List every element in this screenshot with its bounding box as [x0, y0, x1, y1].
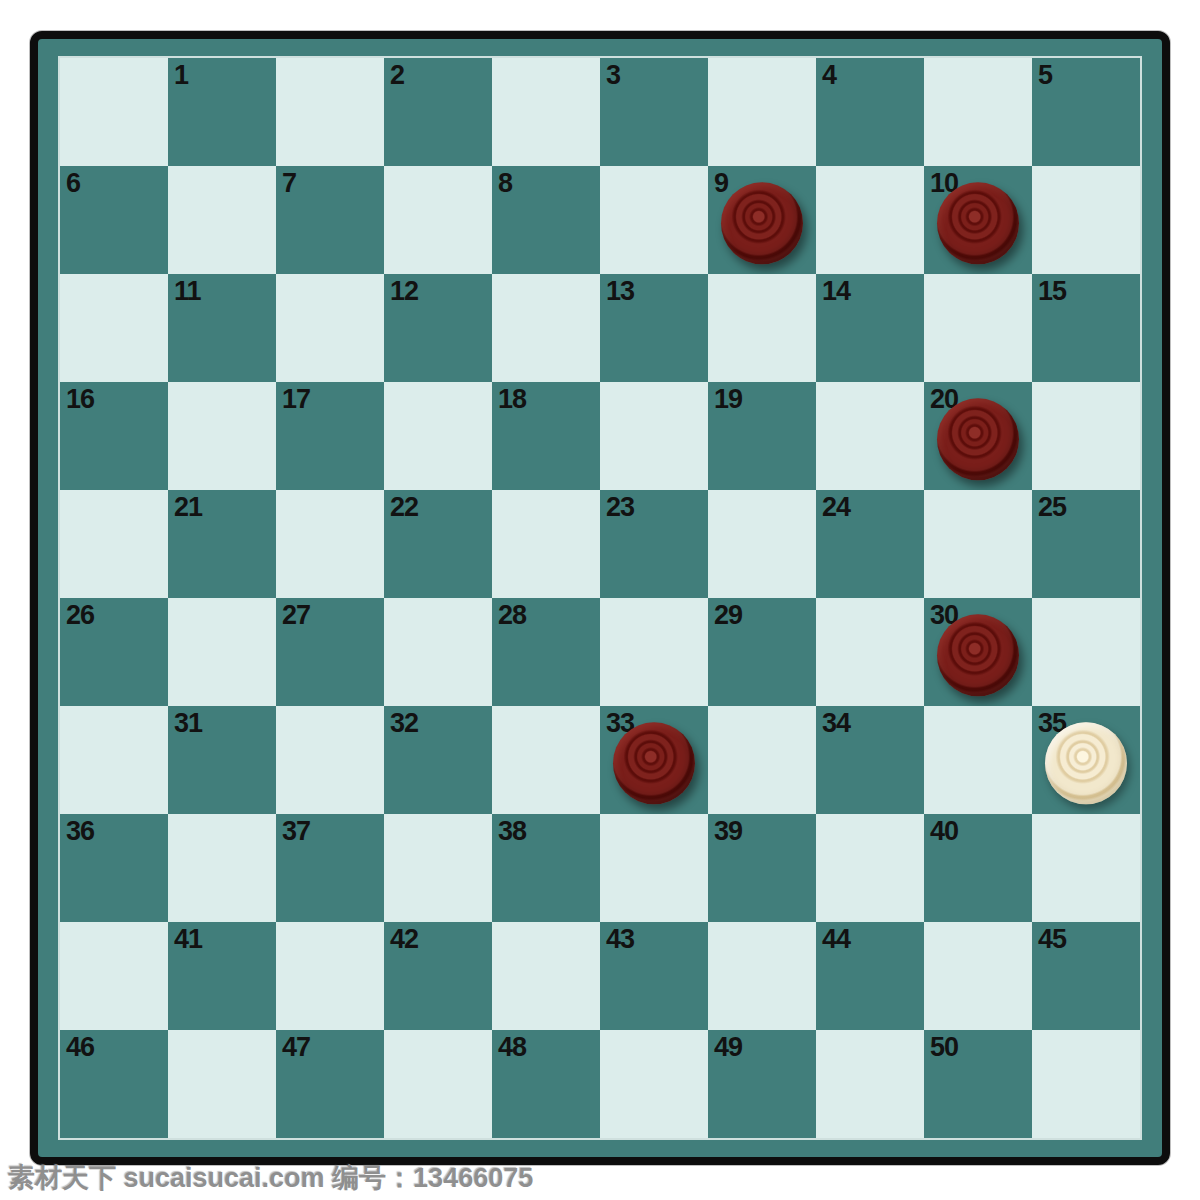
dark-square[interactable]: 13 — [600, 274, 708, 382]
square-number: 16 — [66, 384, 94, 415]
dark-square[interactable]: 41 — [168, 922, 276, 1030]
square-number: 37 — [282, 816, 310, 847]
light-square — [600, 814, 708, 922]
square-number: 21 — [174, 492, 202, 523]
square-number: 4 — [822, 60, 836, 91]
light-square — [276, 58, 384, 166]
draughts-board[interactable]: 1234567891011121314151617181920212223242… — [58, 56, 1142, 1140]
black-man[interactable] — [613, 722, 695, 804]
dark-square[interactable]: 47 — [276, 1030, 384, 1138]
page: 1234567891011121314151617181920212223242… — [0, 0, 1200, 1200]
board-frame: 1234567891011121314151617181920212223242… — [30, 31, 1170, 1165]
square-number: 12 — [390, 276, 418, 307]
square-number: 8 — [498, 168, 512, 199]
light-square — [924, 58, 1032, 166]
light-square — [492, 274, 600, 382]
light-square — [492, 922, 600, 1030]
dark-square[interactable]: 14 — [816, 274, 924, 382]
dark-square[interactable]: 21 — [168, 490, 276, 598]
light-square — [384, 1030, 492, 1138]
square-number: 48 — [498, 1032, 526, 1063]
square-number: 34 — [822, 708, 850, 739]
light-square — [1032, 598, 1140, 706]
dark-square[interactable]: 9 — [708, 166, 816, 274]
light-square — [708, 274, 816, 382]
dark-square[interactable]: 10 — [924, 166, 1032, 274]
light-square — [492, 58, 600, 166]
square-number: 45 — [1038, 924, 1066, 955]
square-number: 18 — [498, 384, 526, 415]
square-number: 14 — [822, 276, 850, 307]
dark-square[interactable]: 30 — [924, 598, 1032, 706]
light-square — [816, 814, 924, 922]
dark-square[interactable]: 25 — [1032, 490, 1140, 598]
light-square — [60, 274, 168, 382]
light-square — [816, 166, 924, 274]
square-number: 49 — [714, 1032, 742, 1063]
square-number: 28 — [498, 600, 526, 631]
light-square — [168, 166, 276, 274]
light-square — [384, 814, 492, 922]
dark-square[interactable]: 18 — [492, 382, 600, 490]
light-square — [60, 58, 168, 166]
dark-square[interactable]: 16 — [60, 382, 168, 490]
light-square — [276, 922, 384, 1030]
dark-square[interactable]: 50 — [924, 1030, 1032, 1138]
black-man[interactable] — [937, 182, 1019, 264]
light-square — [492, 706, 600, 814]
dark-square[interactable]: 8 — [492, 166, 600, 274]
light-square — [60, 922, 168, 1030]
light-square — [384, 382, 492, 490]
dark-square[interactable]: 29 — [708, 598, 816, 706]
square-number: 2 — [390, 60, 404, 91]
square-number: 26 — [66, 600, 94, 631]
square-number: 38 — [498, 816, 526, 847]
white-man[interactable] — [1045, 722, 1127, 804]
dark-square[interactable]: 40 — [924, 814, 1032, 922]
light-square — [600, 1030, 708, 1138]
dark-square[interactable]: 5 — [1032, 58, 1140, 166]
light-square — [708, 58, 816, 166]
light-square — [924, 706, 1032, 814]
dark-square[interactable]: 3 — [600, 58, 708, 166]
square-number: 23 — [606, 492, 634, 523]
dark-square[interactable]: 20 — [924, 382, 1032, 490]
light-square — [924, 490, 1032, 598]
light-square — [384, 598, 492, 706]
dark-square[interactable]: 45 — [1032, 922, 1140, 1030]
watermark-text: 素材天下 sucaisucai.com 编号：13466075 — [8, 1163, 533, 1193]
light-square — [600, 382, 708, 490]
dark-square[interactable]: 1 — [168, 58, 276, 166]
light-square — [168, 814, 276, 922]
light-square — [708, 706, 816, 814]
light-square — [60, 706, 168, 814]
square-number: 43 — [606, 924, 634, 955]
light-square — [600, 598, 708, 706]
light-square — [1032, 166, 1140, 274]
dark-square[interactable]: 15 — [1032, 274, 1140, 382]
square-number: 41 — [174, 924, 202, 955]
light-square — [924, 922, 1032, 1030]
dark-square[interactable]: 36 — [60, 814, 168, 922]
square-number: 32 — [390, 708, 418, 739]
dark-square[interactable]: 46 — [60, 1030, 168, 1138]
light-square — [276, 490, 384, 598]
square-number: 47 — [282, 1032, 310, 1063]
light-square — [600, 166, 708, 274]
dark-square[interactable]: 28 — [492, 598, 600, 706]
square-number: 50 — [930, 1032, 958, 1063]
square-number: 7 — [282, 168, 296, 199]
light-square — [816, 382, 924, 490]
light-square — [60, 490, 168, 598]
square-number: 17 — [282, 384, 310, 415]
square-number: 27 — [282, 600, 310, 631]
square-number: 5 — [1038, 60, 1052, 91]
dark-square[interactable]: 34 — [816, 706, 924, 814]
light-square — [816, 1030, 924, 1138]
light-square — [816, 598, 924, 706]
light-square — [276, 274, 384, 382]
dark-square[interactable]: 26 — [60, 598, 168, 706]
light-square — [168, 1030, 276, 1138]
dark-square[interactable]: 33 — [600, 706, 708, 814]
square-number: 13 — [606, 276, 634, 307]
square-number: 3 — [606, 60, 620, 91]
square-number: 22 — [390, 492, 418, 523]
dark-square[interactable]: 35 — [1032, 706, 1140, 814]
dark-square[interactable]: 32 — [384, 706, 492, 814]
light-square — [168, 598, 276, 706]
dark-square[interactable]: 23 — [600, 490, 708, 598]
square-number: 19 — [714, 384, 742, 415]
dark-square[interactable]: 7 — [276, 166, 384, 274]
square-number: 46 — [66, 1032, 94, 1063]
light-square — [492, 490, 600, 598]
square-number: 29 — [714, 600, 742, 631]
light-square — [168, 382, 276, 490]
square-number: 24 — [822, 492, 850, 523]
black-man[interactable] — [937, 398, 1019, 480]
dark-square[interactable]: 38 — [492, 814, 600, 922]
dark-square[interactable]: 39 — [708, 814, 816, 922]
square-number: 40 — [930, 816, 958, 847]
light-square — [384, 166, 492, 274]
light-square — [276, 706, 384, 814]
square-number: 36 — [66, 816, 94, 847]
watermark: 素材天下 sucaisucai.com 编号：13466075 — [8, 1162, 533, 1194]
square-number: 6 — [66, 168, 80, 199]
light-square — [708, 490, 816, 598]
dark-square[interactable]: 43 — [600, 922, 708, 1030]
dark-square[interactable]: 44 — [816, 922, 924, 1030]
dark-square[interactable]: 31 — [168, 706, 276, 814]
dark-square[interactable]: 11 — [168, 274, 276, 382]
light-square — [708, 922, 816, 1030]
square-number: 11 — [174, 276, 201, 307]
dark-square[interactable]: 19 — [708, 382, 816, 490]
dark-square[interactable]: 24 — [816, 490, 924, 598]
square-number: 31 — [174, 708, 202, 739]
dark-square[interactable]: 6 — [60, 166, 168, 274]
dark-square[interactable]: 48 — [492, 1030, 600, 1138]
square-number: 42 — [390, 924, 418, 955]
dark-square[interactable]: 4 — [816, 58, 924, 166]
black-man[interactable] — [721, 182, 803, 264]
square-number: 25 — [1038, 492, 1066, 523]
square-number: 15 — [1038, 276, 1066, 307]
dark-square[interactable]: 49 — [708, 1030, 816, 1138]
dark-square[interactable]: 22 — [384, 490, 492, 598]
dark-square[interactable]: 37 — [276, 814, 384, 922]
dark-square[interactable]: 12 — [384, 274, 492, 382]
square-number: 39 — [714, 816, 742, 847]
square-number: 44 — [822, 924, 850, 955]
light-square — [1032, 1030, 1140, 1138]
square-number: 9 — [714, 168, 728, 199]
black-man[interactable] — [937, 614, 1019, 696]
dark-square[interactable]: 42 — [384, 922, 492, 1030]
dark-square[interactable]: 17 — [276, 382, 384, 490]
dark-square[interactable]: 27 — [276, 598, 384, 706]
light-square — [1032, 382, 1140, 490]
light-square — [924, 274, 1032, 382]
light-square — [1032, 814, 1140, 922]
square-number: 1 — [174, 60, 188, 91]
dark-square[interactable]: 2 — [384, 58, 492, 166]
